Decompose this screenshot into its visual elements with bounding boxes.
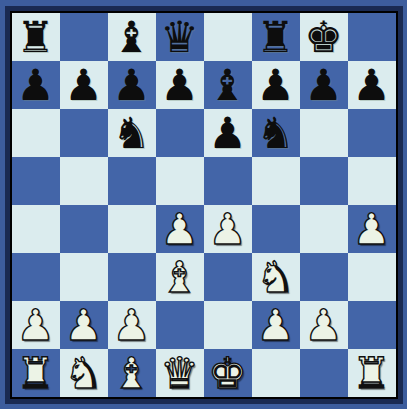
white-pawn: ♟ bbox=[16, 301, 55, 349]
square-g7[interactable]: ♟ bbox=[300, 61, 348, 109]
square-e5[interactable] bbox=[204, 157, 252, 205]
square-f3[interactable]: ♞ bbox=[252, 253, 300, 301]
white-pawn: ♟ bbox=[256, 301, 295, 349]
board: ♜♝♛♜♚♟♟♟♟♝♟♟♟♞♟♞♟♟♟♝♞♟♟♟♟♟♜♞♝♛♚♜ bbox=[10, 11, 398, 399]
square-h5[interactable] bbox=[348, 157, 396, 205]
square-a7[interactable]: ♟ bbox=[12, 61, 60, 109]
square-d3[interactable]: ♝ bbox=[156, 253, 204, 301]
square-c5[interactable] bbox=[108, 157, 156, 205]
black-bishop: ♝ bbox=[208, 61, 247, 109]
white-pawn: ♟ bbox=[304, 301, 343, 349]
square-e2[interactable] bbox=[204, 301, 252, 349]
white-knight: ♞ bbox=[64, 349, 103, 397]
square-h6[interactable] bbox=[348, 109, 396, 157]
square-b5[interactable] bbox=[60, 157, 108, 205]
square-g5[interactable] bbox=[300, 157, 348, 205]
white-pawn: ♟ bbox=[64, 301, 103, 349]
black-pawn: ♟ bbox=[208, 109, 247, 157]
square-f1[interactable] bbox=[252, 349, 300, 397]
square-d6[interactable] bbox=[156, 109, 204, 157]
square-b3[interactable] bbox=[60, 253, 108, 301]
square-d8[interactable]: ♛ bbox=[156, 13, 204, 61]
white-rook: ♜ bbox=[352, 349, 391, 397]
black-pawn: ♟ bbox=[16, 61, 55, 109]
square-c2[interactable]: ♟ bbox=[108, 301, 156, 349]
square-g4[interactable] bbox=[300, 205, 348, 253]
square-h1[interactable]: ♜ bbox=[348, 349, 396, 397]
square-e1[interactable]: ♚ bbox=[204, 349, 252, 397]
black-king: ♚ bbox=[304, 13, 343, 61]
square-e3[interactable] bbox=[204, 253, 252, 301]
square-b2[interactable]: ♟ bbox=[60, 301, 108, 349]
square-g1[interactable] bbox=[300, 349, 348, 397]
square-h8[interactable] bbox=[348, 13, 396, 61]
white-rook: ♜ bbox=[16, 349, 55, 397]
square-f2[interactable]: ♟ bbox=[252, 301, 300, 349]
square-c3[interactable] bbox=[108, 253, 156, 301]
white-pawn: ♟ bbox=[208, 205, 247, 253]
square-g8[interactable]: ♚ bbox=[300, 13, 348, 61]
square-f8[interactable]: ♜ bbox=[252, 13, 300, 61]
square-d1[interactable]: ♛ bbox=[156, 349, 204, 397]
black-bishop: ♝ bbox=[112, 13, 151, 61]
white-pawn: ♟ bbox=[112, 301, 151, 349]
black-queen: ♛ bbox=[160, 13, 199, 61]
square-b6[interactable] bbox=[60, 109, 108, 157]
black-pawn: ♟ bbox=[256, 61, 295, 109]
square-c8[interactable]: ♝ bbox=[108, 13, 156, 61]
square-f5[interactable] bbox=[252, 157, 300, 205]
black-knight: ♞ bbox=[112, 109, 151, 157]
black-rook: ♜ bbox=[256, 13, 295, 61]
board-frame-outer: ♜♝♛♜♚♟♟♟♟♝♟♟♟♞♟♞♟♟♟♝♞♟♟♟♟♟♜♞♝♛♚♜ bbox=[0, 0, 407, 409]
square-b8[interactable] bbox=[60, 13, 108, 61]
square-g6[interactable] bbox=[300, 109, 348, 157]
square-e7[interactable]: ♝ bbox=[204, 61, 252, 109]
square-f4[interactable] bbox=[252, 205, 300, 253]
square-e6[interactable]: ♟ bbox=[204, 109, 252, 157]
square-b1[interactable]: ♞ bbox=[60, 349, 108, 397]
white-queen: ♛ bbox=[160, 349, 199, 397]
square-e4[interactable]: ♟ bbox=[204, 205, 252, 253]
white-pawn: ♟ bbox=[352, 205, 391, 253]
square-b7[interactable]: ♟ bbox=[60, 61, 108, 109]
white-pawn: ♟ bbox=[160, 205, 199, 253]
square-a4[interactable] bbox=[12, 205, 60, 253]
square-h3[interactable] bbox=[348, 253, 396, 301]
square-d7[interactable]: ♟ bbox=[156, 61, 204, 109]
square-a3[interactable] bbox=[12, 253, 60, 301]
square-d4[interactable]: ♟ bbox=[156, 205, 204, 253]
black-pawn: ♟ bbox=[112, 61, 151, 109]
square-a5[interactable] bbox=[12, 157, 60, 205]
square-a8[interactable]: ♜ bbox=[12, 13, 60, 61]
square-c1[interactable]: ♝ bbox=[108, 349, 156, 397]
square-d5[interactable] bbox=[156, 157, 204, 205]
white-knight: ♞ bbox=[256, 253, 295, 301]
square-g3[interactable] bbox=[300, 253, 348, 301]
square-h4[interactable]: ♟ bbox=[348, 205, 396, 253]
square-h7[interactable]: ♟ bbox=[348, 61, 396, 109]
black-knight: ♞ bbox=[256, 109, 295, 157]
square-f6[interactable]: ♞ bbox=[252, 109, 300, 157]
black-pawn: ♟ bbox=[352, 61, 391, 109]
square-d2[interactable] bbox=[156, 301, 204, 349]
white-bishop: ♝ bbox=[112, 349, 151, 397]
square-c4[interactable] bbox=[108, 205, 156, 253]
white-bishop: ♝ bbox=[160, 253, 199, 301]
black-pawn: ♟ bbox=[160, 61, 199, 109]
board-frame-inner: ♜♝♛♜♚♟♟♟♟♝♟♟♟♞♟♞♟♟♟♝♞♟♟♟♟♟♜♞♝♛♚♜ bbox=[5, 6, 403, 404]
square-b4[interactable] bbox=[60, 205, 108, 253]
square-f7[interactable]: ♟ bbox=[252, 61, 300, 109]
square-c7[interactable]: ♟ bbox=[108, 61, 156, 109]
square-a2[interactable]: ♟ bbox=[12, 301, 60, 349]
black-rook: ♜ bbox=[16, 13, 55, 61]
square-g2[interactable]: ♟ bbox=[300, 301, 348, 349]
square-a6[interactable] bbox=[12, 109, 60, 157]
black-pawn: ♟ bbox=[304, 61, 343, 109]
white-king: ♚ bbox=[208, 349, 247, 397]
square-a1[interactable]: ♜ bbox=[12, 349, 60, 397]
square-c6[interactable]: ♞ bbox=[108, 109, 156, 157]
black-pawn: ♟ bbox=[64, 61, 103, 109]
square-h2[interactable] bbox=[348, 301, 396, 349]
square-e8[interactable] bbox=[204, 13, 252, 61]
